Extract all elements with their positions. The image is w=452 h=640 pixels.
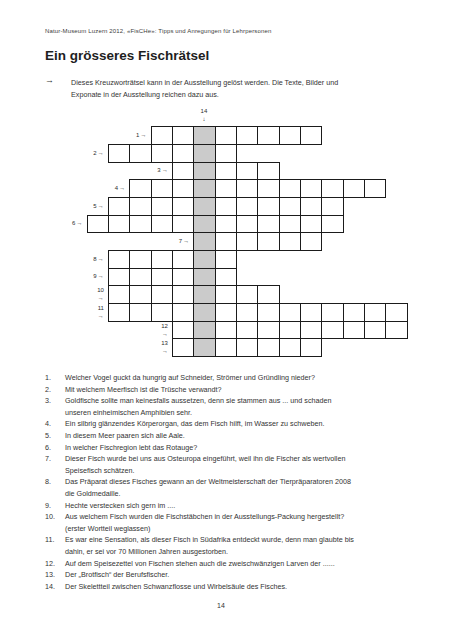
answer-cell[interactable] bbox=[257, 303, 279, 322]
answer-cell[interactable] bbox=[385, 321, 407, 340]
answer-cell[interactable] bbox=[108, 285, 130, 304]
answer-cell[interactable] bbox=[215, 215, 237, 234]
answer-cell[interactable] bbox=[236, 232, 258, 251]
clue-7-arrow-label: 7 → bbox=[179, 237, 190, 245]
clue-item: 14.Der Skelettteil zwischen Schwanzfloss… bbox=[45, 581, 407, 593]
clue-number: 8. bbox=[45, 476, 51, 488]
answer-cell[interactable] bbox=[215, 162, 237, 181]
answer-cell[interactable] bbox=[215, 303, 237, 322]
clue-item: 13.Der „Brotfisch“ der Berufsfischer. bbox=[45, 569, 407, 581]
answer-cell[interactable] bbox=[129, 179, 151, 198]
answer-cell[interactable] bbox=[108, 197, 130, 216]
solution-column-cell[interactable] bbox=[193, 250, 215, 269]
answer-cell[interactable] bbox=[215, 179, 237, 198]
solution-column-cell[interactable] bbox=[193, 321, 215, 340]
answer-cell[interactable] bbox=[236, 338, 258, 357]
answer-cell[interactable] bbox=[343, 303, 365, 322]
solution-column-cell[interactable] bbox=[193, 162, 215, 181]
answer-cell[interactable] bbox=[257, 232, 279, 251]
answer-cell[interactable] bbox=[279, 215, 301, 234]
solution-column-cell[interactable] bbox=[193, 285, 215, 304]
clue-text: Goldfische sollte man keinesfalls ausset… bbox=[65, 396, 332, 417]
clue-3-arrow-label: 3 → bbox=[157, 166, 168, 174]
clue-text: In welcher Fischregion lebt das Rotauge? bbox=[65, 443, 197, 452]
answer-cell[interactable] bbox=[215, 338, 237, 357]
clue-number: 3. bbox=[45, 395, 51, 407]
clue-item: 8.Das Präparat dieses Fisches gewann an … bbox=[45, 476, 407, 499]
page-number: 14 bbox=[0, 602, 442, 609]
answer-cell[interactable] bbox=[108, 215, 130, 234]
answer-cell[interactable] bbox=[87, 215, 109, 234]
clue-number: 13. bbox=[45, 569, 55, 581]
clue-item: 7.Dieser Fisch wurde bei uns aus Osteuro… bbox=[45, 453, 407, 476]
clue-14-arrow-label: 14 ↓ bbox=[193, 107, 214, 123]
answer-cell[interactable] bbox=[172, 197, 194, 216]
answer-cell[interactable] bbox=[151, 250, 173, 269]
answer-cell[interactable] bbox=[215, 232, 237, 251]
clue-item: 3.Goldfische sollte man keinesfalls auss… bbox=[45, 395, 407, 418]
clue-text: Hechte verstecken sich gern im .... bbox=[65, 501, 175, 510]
solution-column-cell[interactable] bbox=[193, 179, 215, 198]
answer-cell[interactable] bbox=[279, 179, 301, 198]
answer-cell[interactable] bbox=[300, 215, 322, 234]
answer-cell[interactable] bbox=[257, 285, 279, 304]
solution-column-cell[interactable] bbox=[193, 197, 215, 216]
clue-text: Welcher Vogel guckt da hungrig auf Schne… bbox=[65, 373, 315, 382]
answer-cell[interactable] bbox=[151, 215, 173, 234]
answer-cell[interactable] bbox=[236, 197, 258, 216]
answer-cell[interactable] bbox=[151, 179, 173, 198]
clue-1-arrow-label: 1 → bbox=[136, 131, 147, 139]
answer-cell[interactable] bbox=[108, 144, 130, 163]
clue-item: 2.Mit welchem Meerfisch ist die Trüsche … bbox=[45, 384, 407, 396]
clue-text: Mit welchem Meerfisch ist die Trüsche ve… bbox=[65, 385, 222, 394]
answer-cell[interactable] bbox=[321, 179, 343, 198]
answer-cell[interactable] bbox=[172, 144, 194, 163]
answer-cell[interactable] bbox=[257, 126, 279, 145]
answer-cell[interactable] bbox=[215, 144, 237, 163]
answer-cell[interactable] bbox=[257, 338, 279, 357]
clue-text: Ein silbrig glänzendes Körperorgan, das … bbox=[65, 419, 324, 428]
solution-column-cell[interactable] bbox=[193, 303, 215, 322]
solution-column-cell[interactable] bbox=[193, 232, 215, 251]
clue-number: 2. bbox=[45, 384, 51, 396]
solution-column-cell[interactable] bbox=[193, 126, 215, 145]
answer-cell[interactable] bbox=[279, 197, 301, 216]
answer-cell[interactable] bbox=[236, 179, 258, 198]
solution-column-cell[interactable] bbox=[193, 144, 215, 163]
clue-9-arrow-label: 9 → bbox=[93, 272, 104, 280]
answer-cell[interactable] bbox=[321, 303, 343, 322]
clue-number: 6. bbox=[45, 442, 51, 454]
clue-item: 6.In welcher Fischregion lebt das Rotaug… bbox=[45, 442, 407, 454]
clue-text: Aus welchem Fisch wurden die Fischstäbch… bbox=[65, 512, 344, 533]
answer-cell[interactable] bbox=[385, 303, 407, 322]
solution-column-cell[interactable] bbox=[193, 215, 215, 234]
clue-number: 5. bbox=[45, 430, 51, 442]
answer-cell[interactable] bbox=[108, 250, 130, 269]
clue-8-arrow-label: 8 → bbox=[93, 255, 104, 263]
answer-cell[interactable] bbox=[129, 250, 151, 269]
answer-cell[interactable] bbox=[129, 215, 151, 234]
clue-5-arrow-label: 5 → bbox=[93, 202, 104, 210]
answer-cell[interactable] bbox=[215, 321, 237, 340]
answer-cell[interactable] bbox=[300, 338, 322, 357]
answer-cell[interactable] bbox=[364, 303, 386, 322]
answer-cell[interactable] bbox=[364, 321, 386, 340]
answer-cell[interactable] bbox=[257, 321, 279, 340]
clue-10-arrow-label: 10 → bbox=[97, 286, 104, 302]
answer-cell[interactable] bbox=[279, 232, 301, 251]
answer-cell[interactable] bbox=[151, 268, 173, 287]
answer-cell[interactable] bbox=[215, 197, 237, 216]
answer-cell[interactable] bbox=[279, 303, 301, 322]
clue-2-arrow-label: 2 → bbox=[93, 149, 104, 157]
clue-item: 11.Es war eine Sensation, als dieser Fis… bbox=[45, 534, 407, 557]
answer-cell[interactable] bbox=[172, 321, 194, 340]
answer-cell[interactable] bbox=[257, 197, 279, 216]
answer-cell[interactable] bbox=[300, 303, 322, 322]
answer-cell[interactable] bbox=[279, 321, 301, 340]
answer-cell[interactable] bbox=[236, 303, 258, 322]
clue-item: 9.Hechte verstecken sich gern im .... bbox=[45, 500, 407, 512]
answer-cell[interactable] bbox=[257, 215, 279, 234]
answer-cell[interactable] bbox=[172, 250, 194, 269]
answer-cell[interactable] bbox=[129, 268, 151, 287]
answer-cell[interactable] bbox=[236, 162, 258, 181]
clue-4-arrow-label: 4 → bbox=[115, 184, 126, 192]
worksheet-page: Natur-Museum Luzern 2012, «FisCHe»: Tipp… bbox=[0, 0, 452, 640]
answer-cell[interactable] bbox=[215, 250, 237, 269]
answer-cell[interactable] bbox=[215, 268, 237, 287]
answer-cell[interactable] bbox=[236, 321, 258, 340]
clue-item: 10.Aus welchem Fisch wurden die Fischstä… bbox=[45, 511, 407, 534]
answer-cell[interactable] bbox=[257, 162, 279, 181]
clue-number: 7. bbox=[45, 453, 51, 465]
answer-cell[interactable] bbox=[129, 285, 151, 304]
answer-cell[interactable] bbox=[172, 338, 194, 357]
answer-cell[interactable] bbox=[172, 126, 194, 145]
answer-cell[interactable] bbox=[300, 321, 322, 340]
solution-column-cell[interactable] bbox=[193, 338, 215, 357]
clue-number: 11. bbox=[45, 534, 54, 546]
clue-number: 4. bbox=[45, 418, 51, 430]
answer-cell[interactable] bbox=[215, 285, 237, 304]
clue-item: 12.Auf dem Speisezettel von Fischen steh… bbox=[45, 558, 407, 570]
answer-cell[interactable] bbox=[108, 268, 130, 287]
answer-cell[interactable] bbox=[108, 303, 130, 322]
answer-cell[interactable] bbox=[321, 215, 343, 234]
clue-item: 4.Ein silbrig glänzendes Körperorgan, da… bbox=[45, 418, 407, 430]
answer-cell[interactable] bbox=[343, 321, 365, 340]
clue-13-arrow-label: 13 → bbox=[161, 339, 168, 355]
answer-cell[interactable] bbox=[151, 303, 173, 322]
answer-cell[interactable] bbox=[172, 268, 194, 287]
clue-12-arrow-label: 12 → bbox=[161, 322, 168, 338]
answer-cell[interactable] bbox=[172, 215, 194, 234]
answer-cell[interactable] bbox=[129, 303, 151, 322]
answer-cell[interactable] bbox=[300, 197, 322, 216]
answer-cell[interactable] bbox=[151, 144, 173, 163]
clue-text: Auf dem Speisezettel von Fischen stehen … bbox=[65, 559, 335, 568]
answer-cell[interactable] bbox=[257, 179, 279, 198]
answer-cell[interactable] bbox=[151, 197, 173, 216]
answer-cell[interactable] bbox=[172, 303, 194, 322]
clue-text: Es war eine Sensation, als dieser Fisch … bbox=[65, 535, 354, 556]
clue-number: 10. bbox=[45, 511, 55, 523]
answer-cell[interactable] bbox=[343, 179, 365, 198]
clue-11-arrow-label: 11 → bbox=[98, 304, 104, 320]
answer-cell[interactable] bbox=[151, 285, 173, 304]
clue-text: Der „Brotfisch“ der Berufsfischer. bbox=[65, 570, 169, 579]
answer-cell[interactable] bbox=[364, 179, 386, 198]
answer-cell[interactable] bbox=[172, 179, 194, 198]
answer-cell[interactable] bbox=[151, 126, 173, 145]
solution-column-cell[interactable] bbox=[193, 268, 215, 287]
answer-cell[interactable] bbox=[321, 197, 343, 216]
answer-cell[interactable] bbox=[236, 285, 258, 304]
clue-item: 5.In diesem Meer paaren sich alle Aale. bbox=[45, 430, 407, 442]
clue-text: Dieser Fisch wurde bei uns aus Osteuropa… bbox=[65, 454, 345, 475]
clue-number: 9. bbox=[45, 500, 51, 512]
answer-cell[interactable] bbox=[172, 162, 194, 181]
answer-cell[interactable] bbox=[279, 126, 301, 145]
clue-list: 1.Welcher Vogel guckt da hungrig auf Sch… bbox=[45, 372, 407, 592]
clue-text: Das Präparat dieses Fisches gewann an de… bbox=[65, 477, 351, 498]
answer-cell[interactable] bbox=[172, 285, 194, 304]
answer-cell[interactable] bbox=[236, 126, 258, 145]
clue-number: 1. bbox=[45, 372, 51, 384]
answer-cell[interactable] bbox=[300, 126, 322, 145]
answer-cell[interactable] bbox=[279, 338, 301, 357]
answer-cell[interactable] bbox=[215, 126, 237, 145]
clue-text: Der Skelettteil zwischen Schwanzflosse u… bbox=[65, 582, 287, 591]
answer-cell[interactable] bbox=[129, 197, 151, 216]
clue-number: 14. bbox=[45, 581, 55, 593]
answer-cell[interactable] bbox=[300, 232, 322, 251]
clue-text: In diesem Meer paaren sich alle Aale. bbox=[65, 431, 185, 440]
clue-6-arrow-label: 6 → bbox=[72, 219, 83, 227]
answer-cell[interactable] bbox=[321, 321, 343, 340]
answer-cell[interactable] bbox=[236, 215, 258, 234]
clue-number: 12. bbox=[45, 558, 55, 570]
clue-item: 1.Welcher Vogel guckt da hungrig auf Sch… bbox=[45, 372, 407, 384]
answer-cell[interactable] bbox=[129, 144, 151, 163]
answer-cell[interactable] bbox=[300, 179, 322, 198]
